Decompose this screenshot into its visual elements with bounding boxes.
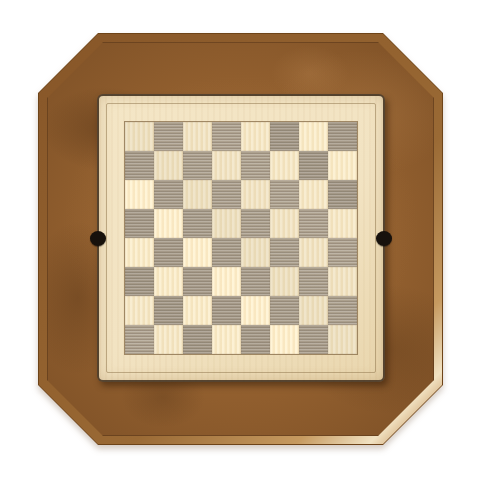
square-g3[interactable]: [299, 267, 328, 296]
square-f4[interactable]: [270, 238, 299, 267]
square-f8[interactable]: [270, 122, 299, 151]
square-g2[interactable]: [299, 296, 328, 325]
square-d2[interactable]: [212, 296, 241, 325]
square-d1[interactable]: [212, 325, 241, 354]
square-e7[interactable]: [241, 151, 270, 180]
square-d3[interactable]: [212, 267, 241, 296]
square-b7[interactable]: [154, 151, 183, 180]
square-h5[interactable]: [328, 209, 357, 238]
square-b5[interactable]: [154, 209, 183, 238]
square-f1[interactable]: [270, 325, 299, 354]
square-e4[interactable]: [241, 238, 270, 267]
square-a3[interactable]: [125, 267, 154, 296]
square-h2[interactable]: [328, 296, 357, 325]
square-g4[interactable]: [299, 238, 328, 267]
square-a8[interactable]: [125, 122, 154, 151]
square-c8[interactable]: [183, 122, 212, 151]
square-g7[interactable]: [299, 151, 328, 180]
playing-grid: [125, 122, 357, 354]
square-d4[interactable]: [212, 238, 241, 267]
square-c6[interactable]: [183, 180, 212, 209]
finger-notch-left-icon: [90, 231, 106, 246]
square-f3[interactable]: [270, 267, 299, 296]
square-a6[interactable]: [125, 180, 154, 209]
square-b8[interactable]: [154, 122, 183, 151]
square-a5[interactable]: [125, 209, 154, 238]
square-b3[interactable]: [154, 267, 183, 296]
square-e6[interactable]: [241, 180, 270, 209]
square-h6[interactable]: [328, 180, 357, 209]
square-d8[interactable]: [212, 122, 241, 151]
game-table: [38, 33, 443, 445]
square-h1[interactable]: [328, 325, 357, 354]
product-photo: [0, 0, 480, 480]
square-g6[interactable]: [299, 180, 328, 209]
square-c4[interactable]: [183, 238, 212, 267]
square-c2[interactable]: [183, 296, 212, 325]
square-h7[interactable]: [328, 151, 357, 180]
square-e1[interactable]: [241, 325, 270, 354]
square-d5[interactable]: [212, 209, 241, 238]
square-d6[interactable]: [212, 180, 241, 209]
square-h8[interactable]: [328, 122, 357, 151]
square-b1[interactable]: [154, 325, 183, 354]
square-c1[interactable]: [183, 325, 212, 354]
finger-notch-right-icon: [376, 231, 392, 246]
square-d7[interactable]: [212, 151, 241, 180]
square-h3[interactable]: [328, 267, 357, 296]
square-b4[interactable]: [154, 238, 183, 267]
square-e8[interactable]: [241, 122, 270, 151]
square-f7[interactable]: [270, 151, 299, 180]
square-h4[interactable]: [328, 238, 357, 267]
square-a1[interactable]: [125, 325, 154, 354]
square-f5[interactable]: [270, 209, 299, 238]
square-a7[interactable]: [125, 151, 154, 180]
square-e5[interactable]: [241, 209, 270, 238]
square-c5[interactable]: [183, 209, 212, 238]
square-f2[interactable]: [270, 296, 299, 325]
square-a4[interactable]: [125, 238, 154, 267]
square-g1[interactable]: [299, 325, 328, 354]
square-b6[interactable]: [154, 180, 183, 209]
square-c3[interactable]: [183, 267, 212, 296]
chess-board: [97, 94, 385, 382]
square-c7[interactable]: [183, 151, 212, 180]
square-e3[interactable]: [241, 267, 270, 296]
square-e2[interactable]: [241, 296, 270, 325]
square-g5[interactable]: [299, 209, 328, 238]
square-b2[interactable]: [154, 296, 183, 325]
square-g8[interactable]: [299, 122, 328, 151]
square-f6[interactable]: [270, 180, 299, 209]
square-a2[interactable]: [125, 296, 154, 325]
